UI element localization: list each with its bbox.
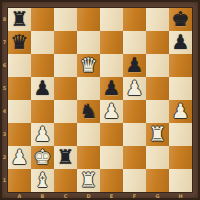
- square-f1[interactable]: [123, 169, 146, 192]
- square-b5[interactable]: ♟: [31, 77, 54, 100]
- piece-white-rook[interactable]: ♜: [77, 169, 100, 192]
- square-b7[interactable]: [31, 31, 54, 54]
- square-f5[interactable]: ♟: [123, 77, 146, 100]
- square-e7[interactable]: [100, 31, 123, 54]
- square-d1[interactable]: ♜: [77, 169, 100, 192]
- square-d3[interactable]: [77, 123, 100, 146]
- piece-black-rook[interactable]: ♜: [54, 146, 77, 169]
- file-label-G: G: [146, 194, 169, 199]
- file-label-H: H: [169, 194, 192, 199]
- square-d5[interactable]: [77, 77, 100, 100]
- file-label-E: E: [100, 194, 123, 199]
- square-g4[interactable]: [146, 100, 169, 123]
- chess-board-screenshot: ♜♚♛♟♛♟♟♟♟♞♟♟♟♜♟♚♜♝♜ 87654321ABCDEFGH: [0, 0, 200, 200]
- rank-label-3: 3: [2, 132, 7, 137]
- piece-black-pawn[interactable]: ♟: [123, 54, 146, 77]
- file-label-B: B: [31, 194, 54, 199]
- square-f8[interactable]: [123, 8, 146, 31]
- square-d4[interactable]: ♞: [77, 100, 100, 123]
- square-g6[interactable]: [146, 54, 169, 77]
- square-e6[interactable]: [100, 54, 123, 77]
- square-h7[interactable]: ♟: [169, 31, 192, 54]
- rank-label-5: 5: [2, 86, 7, 91]
- square-f4[interactable]: [123, 100, 146, 123]
- square-b1[interactable]: ♝: [31, 169, 54, 192]
- piece-white-pawn[interactable]: ♟: [123, 77, 146, 100]
- square-e4[interactable]: ♟: [100, 100, 123, 123]
- piece-white-rook[interactable]: ♜: [146, 123, 169, 146]
- square-a6[interactable]: [8, 54, 31, 77]
- square-c3[interactable]: [54, 123, 77, 146]
- piece-white-pawn[interactable]: ♟: [169, 100, 192, 123]
- square-c4[interactable]: [54, 100, 77, 123]
- square-c7[interactable]: [54, 31, 77, 54]
- piece-black-knight[interactable]: ♞: [77, 100, 100, 123]
- square-a2[interactable]: ♟: [8, 146, 31, 169]
- square-f6[interactable]: ♟: [123, 54, 146, 77]
- piece-white-pawn[interactable]: ♟: [8, 146, 31, 169]
- piece-white-king[interactable]: ♚: [31, 146, 54, 169]
- square-e2[interactable]: [100, 146, 123, 169]
- square-b3[interactable]: ♟: [31, 123, 54, 146]
- chess-board: ♜♚♛♟♛♟♟♟♟♞♟♟♟♜♟♚♜♝♜: [8, 8, 192, 192]
- square-g5[interactable]: [146, 77, 169, 100]
- square-b2[interactable]: ♚: [31, 146, 54, 169]
- square-g8[interactable]: [146, 8, 169, 31]
- square-h3[interactable]: [169, 123, 192, 146]
- piece-black-rook[interactable]: ♜: [8, 8, 31, 31]
- square-h2[interactable]: [169, 146, 192, 169]
- square-c8[interactable]: [54, 8, 77, 31]
- rank-label-1: 1: [2, 178, 7, 183]
- square-h4[interactable]: ♟: [169, 100, 192, 123]
- rank-label-2: 2: [2, 155, 7, 160]
- square-c2[interactable]: ♜: [54, 146, 77, 169]
- rank-label-4: 4: [2, 109, 7, 114]
- square-e8[interactable]: [100, 8, 123, 31]
- piece-white-pawn[interactable]: ♟: [31, 123, 54, 146]
- piece-black-king[interactable]: ♚: [169, 8, 192, 31]
- rank-label-6: 6: [2, 63, 7, 68]
- square-b8[interactable]: [31, 8, 54, 31]
- square-a5[interactable]: [8, 77, 31, 100]
- square-g7[interactable]: [146, 31, 169, 54]
- file-label-C: C: [54, 194, 77, 199]
- square-a8[interactable]: ♜: [8, 8, 31, 31]
- square-b6[interactable]: [31, 54, 54, 77]
- square-e5[interactable]: ♟: [100, 77, 123, 100]
- file-label-F: F: [123, 194, 146, 199]
- square-a4[interactable]: [8, 100, 31, 123]
- piece-white-pawn[interactable]: ♟: [100, 100, 123, 123]
- square-g3[interactable]: ♜: [146, 123, 169, 146]
- square-h6[interactable]: [169, 54, 192, 77]
- square-d2[interactable]: [77, 146, 100, 169]
- square-h8[interactable]: ♚: [169, 8, 192, 31]
- file-label-A: A: [8, 194, 31, 199]
- square-b4[interactable]: [31, 100, 54, 123]
- square-e1[interactable]: [100, 169, 123, 192]
- square-a3[interactable]: [8, 123, 31, 146]
- square-e3[interactable]: [100, 123, 123, 146]
- square-h1[interactable]: [169, 169, 192, 192]
- square-d8[interactable]: [77, 8, 100, 31]
- square-g1[interactable]: [146, 169, 169, 192]
- rank-label-8: 8: [2, 17, 7, 22]
- square-c5[interactable]: [54, 77, 77, 100]
- piece-black-pawn[interactable]: ♟: [31, 77, 54, 100]
- file-label-D: D: [77, 194, 100, 199]
- square-f7[interactable]: [123, 31, 146, 54]
- square-d6[interactable]: ♛: [77, 54, 100, 77]
- piece-black-pawn[interactable]: ♟: [169, 31, 192, 54]
- rank-label-7: 7: [2, 40, 7, 45]
- square-c1[interactable]: [54, 169, 77, 192]
- square-d7[interactable]: [77, 31, 100, 54]
- piece-black-pawn[interactable]: ♟: [100, 77, 123, 100]
- square-c6[interactable]: [54, 54, 77, 77]
- square-f2[interactable]: [123, 146, 146, 169]
- square-a7[interactable]: ♛: [8, 31, 31, 54]
- square-a1[interactable]: [8, 169, 31, 192]
- piece-white-bishop[interactable]: ♝: [31, 169, 54, 192]
- square-g2[interactable]: [146, 146, 169, 169]
- square-f3[interactable]: [123, 123, 146, 146]
- piece-black-queen[interactable]: ♛: [8, 31, 31, 54]
- square-h5[interactable]: [169, 77, 192, 100]
- piece-white-queen[interactable]: ♛: [77, 54, 100, 77]
